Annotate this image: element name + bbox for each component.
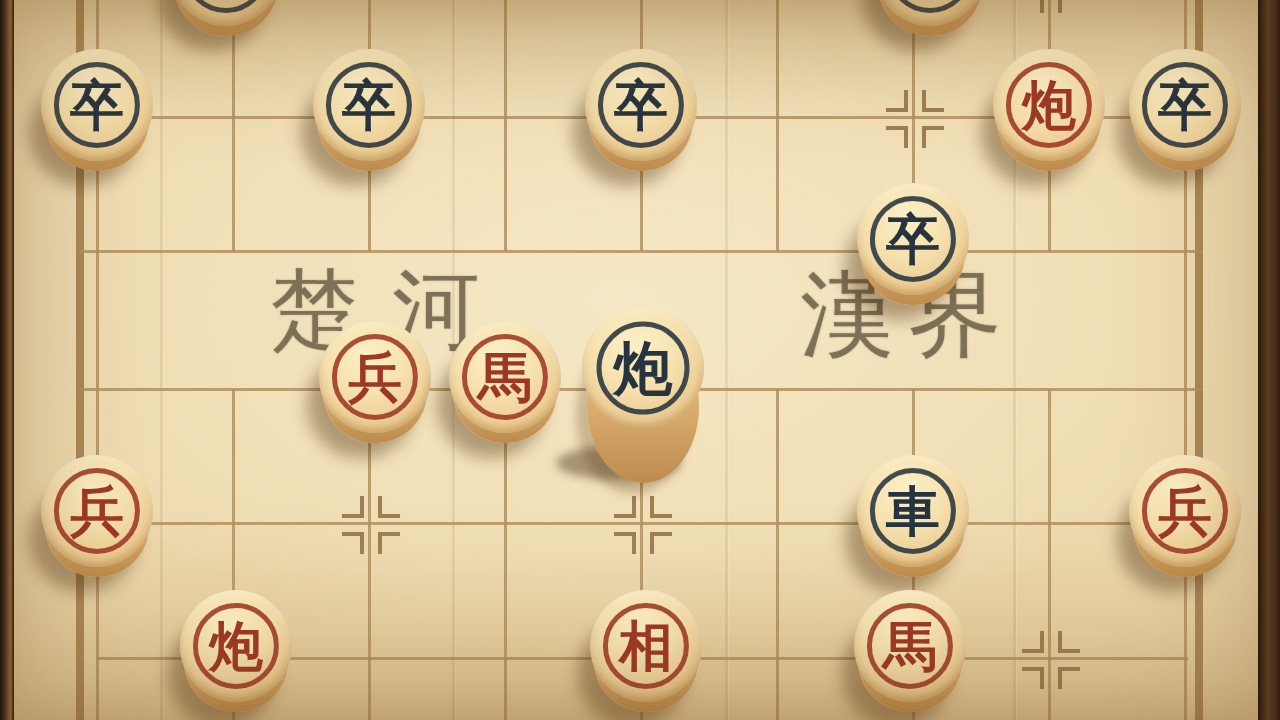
piece-black-cannon[interactable]: 炮 — [582, 307, 704, 429]
piece-black-soldier[interactable]: 卒 — [41, 49, 153, 161]
star-point-marker — [342, 496, 364, 518]
piece-character: 炮 — [993, 49, 1105, 161]
star-point-marker — [614, 496, 636, 518]
piece-character: 炮 — [170, 0, 282, 26]
piece-character: 兵 — [41, 455, 153, 567]
xiangqi-board[interactable]: 楚河 漢界 炮馬卒卒卒炮卒卒兵馬炮兵車兵炮相馬 — [0, 0, 1280, 720]
star-point-marker — [378, 496, 400, 518]
piece-red-horse[interactable]: 馬 — [854, 590, 966, 702]
grid-line — [776, 389, 779, 720]
piece-red-soldier[interactable]: 兵 — [1129, 455, 1241, 567]
grid-line — [1048, 389, 1051, 720]
star-point-marker — [922, 90, 944, 112]
piece-red-horse[interactable]: 馬 — [449, 321, 561, 433]
piece-red-elephant[interactable]: 相 — [590, 590, 702, 702]
star-point-marker — [1058, 667, 1080, 689]
piece-character: 卒 — [1129, 49, 1241, 161]
piece-red-soldier[interactable]: 兵 — [41, 455, 153, 567]
piece-black-soldier[interactable]: 卒 — [1129, 49, 1241, 161]
piece-character: 馬 — [449, 321, 561, 433]
wood-frame-right — [1258, 0, 1280, 720]
star-point-marker — [886, 90, 908, 112]
star-point-marker — [650, 496, 672, 518]
piece-character: 炮 — [180, 590, 292, 702]
piece-black-soldier[interactable]: 卒 — [585, 49, 697, 161]
star-point-marker — [1058, 631, 1080, 653]
star-point-marker — [614, 532, 636, 554]
star-point-marker — [1058, 0, 1080, 13]
wood-seam — [160, 0, 163, 720]
piece-red-cannon[interactable]: 炮 — [993, 49, 1105, 161]
grid-line — [232, 0, 235, 251]
star-point-marker — [342, 532, 364, 554]
piece-character: 相 — [590, 590, 702, 702]
star-point-marker — [886, 126, 908, 148]
star-point-marker — [1022, 0, 1044, 13]
piece-character: 兵 — [1129, 455, 1241, 567]
piece-character: 卒 — [857, 183, 969, 295]
piece-character: 卒 — [41, 49, 153, 161]
piece-black-cannon[interactable]: 炮 — [170, 0, 282, 26]
wood-seam — [725, 0, 728, 720]
piece-red-cannon[interactable]: 炮 — [180, 590, 292, 702]
piece-black-chariot[interactable]: 車 — [857, 455, 969, 567]
piece-character: 馬 — [874, 0, 986, 26]
piece-character: 卒 — [585, 49, 697, 161]
piece-red-soldier[interactable]: 兵 — [319, 321, 431, 433]
piece-black-soldier[interactable]: 卒 — [313, 49, 425, 161]
star-point-marker — [922, 126, 944, 148]
star-point-marker — [1022, 631, 1044, 653]
wood-frame-left — [0, 0, 14, 720]
piece-character: 卒 — [313, 49, 425, 161]
star-point-marker — [1022, 667, 1044, 689]
piece-character: 馬 — [854, 590, 966, 702]
piece-character: 車 — [857, 455, 969, 567]
piece-black-horse[interactable]: 馬 — [874, 0, 986, 26]
piece-character: 炮 — [582, 307, 704, 429]
grid-line — [776, 0, 779, 251]
star-point-marker — [378, 532, 400, 554]
piece-black-soldier[interactable]: 卒 — [857, 183, 969, 295]
star-point-marker — [650, 532, 672, 554]
grid-line — [504, 0, 507, 251]
piece-character: 兵 — [319, 321, 431, 433]
